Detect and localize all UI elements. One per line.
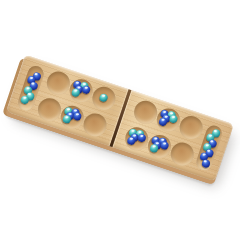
- pit-bottom-6[interactable]: [167, 139, 196, 168]
- pit-bottom-3[interactable]: [80, 110, 109, 139]
- product-photo: [0, 0, 240, 226]
- pit-top-1[interactable]: [44, 68, 73, 97]
- pit-top-6[interactable]: [176, 112, 205, 141]
- pit-top-4[interactable]: [131, 97, 160, 126]
- mancala-board: [6, 55, 234, 182]
- pit-bottom-1[interactable]: [35, 95, 64, 124]
